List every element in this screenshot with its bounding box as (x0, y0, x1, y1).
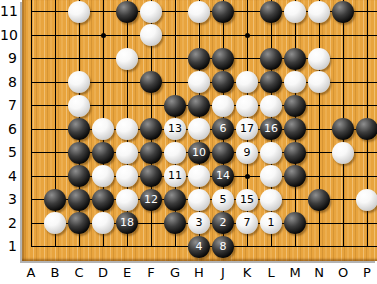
intersection-K9[interactable] (235, 47, 259, 71)
black-stone-L8 (260, 71, 282, 93)
intersection-D4[interactable] (91, 165, 115, 189)
intersection-G10[interactable] (163, 24, 187, 48)
intersection-J2[interactable]: 2 (211, 212, 235, 236)
white-stone-F11 (140, 1, 162, 23)
intersection-K10[interactable] (235, 24, 259, 48)
intersection-J1[interactable]: 8 (211, 235, 235, 259)
intersection-P3[interactable] (355, 188, 377, 212)
intersection-C11[interactable] (67, 0, 91, 24)
intersection-J5[interactable] (211, 141, 235, 165)
intersection-E1[interactable] (115, 235, 139, 259)
intersection-G9[interactable] (163, 47, 187, 71)
black-stone-J9 (212, 48, 234, 70)
intersection-J7[interactable] (211, 94, 235, 118)
intersection-E11[interactable] (115, 0, 139, 24)
intersection-L3[interactable] (259, 188, 283, 212)
intersection-P7[interactable] (355, 94, 377, 118)
intersection-N3[interactable] (307, 188, 331, 212)
black-stone-N3 (308, 189, 330, 211)
intersection-N8[interactable] (307, 71, 331, 95)
white-stone-N9 (308, 48, 330, 70)
intersection-K7[interactable] (235, 94, 259, 118)
intersection-G7[interactable] (163, 94, 187, 118)
col-label-J: J (211, 263, 235, 283)
intersection-B1[interactable] (43, 235, 67, 259)
intersection-K8[interactable] (235, 71, 259, 95)
intersection-E9[interactable] (115, 47, 139, 71)
intersection-M6[interactable] (283, 118, 307, 142)
intersection-O6[interactable] (331, 118, 355, 142)
white-stone-D6 (92, 118, 114, 140)
intersection-C5[interactable] (67, 141, 91, 165)
white-stone-H2: 3 (188, 212, 210, 234)
intersection-N6[interactable] (307, 118, 331, 142)
intersection-D1[interactable] (91, 235, 115, 259)
col-label-C: C (67, 263, 91, 283)
intersection-N1[interactable] (307, 235, 331, 259)
intersection-A2[interactable] (19, 212, 43, 236)
intersection-A9[interactable] (19, 47, 43, 71)
white-stone-J7 (212, 95, 234, 117)
intersection-L4[interactable] (259, 165, 283, 189)
intersection-G1[interactable] (163, 235, 187, 259)
intersection-E10[interactable] (115, 24, 139, 48)
intersection-M3[interactable] (283, 188, 307, 212)
intersection-C10[interactable] (67, 24, 91, 48)
intersection-O9[interactable] (331, 47, 355, 71)
intersection-F10[interactable] (139, 24, 163, 48)
black-stone-G3 (164, 189, 186, 211)
intersection-O8[interactable] (331, 71, 355, 95)
black-stone-J8 (212, 71, 234, 93)
intersection-D8[interactable] (91, 71, 115, 95)
intersection-A8[interactable] (19, 71, 43, 95)
intersection-L1[interactable] (259, 235, 283, 259)
white-stone-E9 (116, 48, 138, 70)
intersection-C8[interactable] (67, 71, 91, 95)
intersection-H11[interactable] (187, 0, 211, 24)
col-label-B: B (43, 263, 67, 283)
white-stone-K5: 9 (236, 142, 258, 164)
black-stone-P6 (356, 118, 377, 140)
intersection-M2[interactable] (283, 212, 307, 236)
col-labels: ABCDEFGHJKLMNOP (19, 263, 377, 283)
white-stone-J3: 5 (212, 189, 234, 211)
black-stone-F3: 12 (140, 189, 162, 211)
intersection-B8[interactable] (43, 71, 67, 95)
black-stone-J6: 6 (212, 118, 234, 140)
black-stone-F6 (140, 118, 162, 140)
intersection-L7[interactable] (259, 94, 283, 118)
intersection-K1[interactable] (235, 235, 259, 259)
white-stone-C11 (68, 1, 90, 23)
board-grid: 136171610911141251518327148 (19, 0, 377, 259)
intersection-J8[interactable] (211, 71, 235, 95)
black-stone-J11 (212, 1, 234, 23)
intersection-J4[interactable]: 14 (211, 165, 235, 189)
intersection-L6[interactable]: 16 (259, 118, 283, 142)
black-stone-M5 (284, 142, 306, 164)
intersection-E7[interactable] (115, 94, 139, 118)
white-stone-M8 (284, 71, 306, 93)
intersection-B10[interactable] (43, 24, 67, 48)
intersection-B4[interactable] (43, 165, 67, 189)
intersection-E8[interactable] (115, 71, 139, 95)
col-label-D: D (91, 263, 115, 283)
intersection-G5[interactable] (163, 141, 187, 165)
col-label-E: E (115, 263, 139, 283)
intersection-P4[interactable] (355, 165, 377, 189)
intersection-J10[interactable] (211, 24, 235, 48)
intersection-D6[interactable] (91, 118, 115, 142)
intersection-G11[interactable] (163, 0, 187, 24)
black-stone-E11 (116, 1, 138, 23)
white-stone-L5 (260, 142, 282, 164)
intersection-P5[interactable] (355, 141, 377, 165)
intersection-O10[interactable] (331, 24, 355, 48)
intersection-N2[interactable] (307, 212, 331, 236)
intersection-H5[interactable]: 10 (187, 141, 211, 165)
row-label-3: 3 (0, 188, 17, 212)
col-label-M: M (283, 263, 307, 283)
black-stone-F5 (140, 142, 162, 164)
col-label-L: L (259, 263, 283, 283)
col-label-F: F (139, 263, 163, 283)
row-label-2: 2 (0, 212, 17, 236)
black-stone-L6: 16 (260, 118, 282, 140)
intersection-B5[interactable] (43, 141, 67, 165)
black-stone-G7 (164, 95, 186, 117)
white-stone-L4 (260, 165, 282, 187)
col-label-O: O (331, 263, 355, 283)
intersection-M1[interactable] (283, 235, 307, 259)
black-stone-F4 (140, 165, 162, 187)
intersection-F5[interactable] (139, 141, 163, 165)
white-stone-B2 (44, 212, 66, 234)
intersection-D2[interactable] (91, 212, 115, 236)
row-label-7: 7 (0, 94, 17, 118)
intersection-L10[interactable] (259, 24, 283, 48)
intersection-A7[interactable] (19, 94, 43, 118)
intersection-A6[interactable] (19, 118, 43, 142)
intersection-P10[interactable] (355, 24, 377, 48)
intersection-E5[interactable] (115, 141, 139, 165)
white-stone-K3: 15 (236, 189, 258, 211)
intersection-D11[interactable] (91, 0, 115, 24)
intersection-E4[interactable] (115, 165, 139, 189)
intersection-E2[interactable]: 18 (115, 212, 139, 236)
white-stone-E4 (116, 165, 138, 187)
white-stone-L3 (260, 189, 282, 211)
black-stone-H1: 4 (188, 236, 210, 258)
intersection-M10[interactable] (283, 24, 307, 48)
black-stone-O6 (332, 118, 354, 140)
white-stone-M11 (284, 1, 306, 23)
row-label-5: 5 (0, 141, 17, 165)
intersection-H9[interactable] (187, 47, 211, 71)
black-stone-C3 (68, 189, 90, 211)
white-stone-D2 (92, 212, 114, 234)
row-label-1: 1 (0, 235, 17, 259)
intersection-F6[interactable] (139, 118, 163, 142)
intersection-K4[interactable] (235, 165, 259, 189)
intersection-B3[interactable] (43, 188, 67, 212)
black-stone-O11 (332, 1, 354, 23)
intersection-M7[interactable] (283, 94, 307, 118)
intersection-P1[interactable] (355, 235, 377, 259)
white-stone-D4 (92, 165, 114, 187)
black-stone-M7 (284, 95, 306, 117)
intersection-P6[interactable] (355, 118, 377, 142)
intersection-A5[interactable] (19, 141, 43, 165)
white-stone-G5 (164, 142, 186, 164)
intersection-H3[interactable] (187, 188, 211, 212)
intersection-D3[interactable] (91, 188, 115, 212)
black-stone-J1: 8 (212, 236, 234, 258)
black-stone-M2 (284, 212, 306, 234)
intersection-C6[interactable] (67, 118, 91, 142)
intersection-B9[interactable] (43, 47, 67, 71)
white-stone-L7 (260, 95, 282, 117)
intersection-M4[interactable] (283, 165, 307, 189)
col-label-P: P (355, 263, 377, 283)
white-stone-E6 (116, 118, 138, 140)
row-label-8: 8 (0, 71, 17, 95)
go-diagram-screen: 136171610911141251518327148 111098765432… (0, 0, 377, 284)
white-stone-K7 (236, 95, 258, 117)
intersection-O11[interactable] (331, 0, 355, 24)
black-stone-H7 (188, 95, 210, 117)
intersection-G8[interactable] (163, 71, 187, 95)
intersection-F11[interactable] (139, 0, 163, 24)
col-label-G: G (163, 263, 187, 283)
white-stone-K6: 17 (236, 118, 258, 140)
white-stone-N8 (308, 71, 330, 93)
intersection-B11[interactable] (43, 0, 67, 24)
intersection-H6[interactable] (187, 118, 211, 142)
intersection-M5[interactable] (283, 141, 307, 165)
intersection-M11[interactable] (283, 0, 307, 24)
intersection-H4[interactable] (187, 165, 211, 189)
black-stone-H9 (188, 48, 210, 70)
white-stone-K8 (236, 71, 258, 93)
white-stone-H6 (188, 118, 210, 140)
white-stone-H11 (188, 1, 210, 23)
row-label-11: 11 (0, 0, 17, 24)
white-stone-F10 (140, 24, 162, 46)
white-stone-O5 (332, 142, 354, 164)
intersection-A11[interactable] (19, 0, 43, 24)
intersection-P8[interactable] (355, 71, 377, 95)
intersection-O1[interactable] (331, 235, 355, 259)
intersection-N9[interactable] (307, 47, 331, 71)
intersection-K3[interactable]: 15 (235, 188, 259, 212)
black-stone-L9 (260, 48, 282, 70)
intersection-C9[interactable] (67, 47, 91, 71)
white-stone-H4 (188, 165, 210, 187)
black-stone-G2 (164, 212, 186, 234)
intersection-P11[interactable] (355, 0, 377, 24)
white-stone-G4: 11 (164, 165, 186, 187)
black-stone-C4 (68, 165, 90, 187)
col-label-N: N (307, 263, 331, 283)
white-stone-G6: 13 (164, 118, 186, 140)
intersection-D9[interactable] (91, 47, 115, 71)
intersection-L5[interactable] (259, 141, 283, 165)
intersection-C1[interactable] (67, 235, 91, 259)
intersection-H2[interactable]: 3 (187, 212, 211, 236)
intersection-F7[interactable] (139, 94, 163, 118)
intersection-D10[interactable] (91, 24, 115, 48)
black-stone-D5 (92, 142, 114, 164)
intersection-A10[interactable] (19, 24, 43, 48)
col-label-K: K (235, 263, 259, 283)
intersection-C7[interactable] (67, 94, 91, 118)
intersection-F2[interactable] (139, 212, 163, 236)
intersection-A4[interactable] (19, 165, 43, 189)
intersection-O5[interactable] (331, 141, 355, 165)
intersection-L8[interactable] (259, 71, 283, 95)
intersection-N5[interactable] (307, 141, 331, 165)
intersection-N10[interactable] (307, 24, 331, 48)
white-stone-N11 (308, 1, 330, 23)
row-label-6: 6 (0, 118, 17, 142)
black-stone-D3 (92, 189, 114, 211)
intersection-C2[interactable] (67, 212, 91, 236)
row-label-9: 9 (0, 47, 17, 71)
intersection-H8[interactable] (187, 71, 211, 95)
intersection-A3[interactable] (19, 188, 43, 212)
white-stone-H8 (188, 71, 210, 93)
intersection-B7[interactable] (43, 94, 67, 118)
intersection-E3[interactable] (115, 188, 139, 212)
intersection-N11[interactable] (307, 0, 331, 24)
black-stone-M4 (284, 165, 306, 187)
intersection-K2[interactable]: 7 (235, 212, 259, 236)
intersection-E6[interactable] (115, 118, 139, 142)
intersection-J9[interactable] (211, 47, 235, 71)
intersection-K11[interactable] (235, 0, 259, 24)
intersection-N4[interactable] (307, 165, 331, 189)
intersection-B2[interactable] (43, 212, 67, 236)
intersection-G3[interactable] (163, 188, 187, 212)
black-stone-M6 (284, 118, 306, 140)
intersection-O2[interactable] (331, 212, 355, 236)
col-label-A: A (19, 263, 43, 283)
intersection-L11[interactable] (259, 0, 283, 24)
white-stone-C8 (68, 71, 90, 93)
white-stone-K2: 7 (236, 212, 258, 234)
black-stone-L11 (260, 1, 282, 23)
intersection-G6[interactable]: 13 (163, 118, 187, 142)
intersection-J6[interactable]: 6 (211, 118, 235, 142)
intersection-B6[interactable] (43, 118, 67, 142)
intersection-G4[interactable]: 11 (163, 165, 187, 189)
black-stone-E2: 18 (116, 212, 138, 234)
intersection-G2[interactable] (163, 212, 187, 236)
row-labels: 1110987654321 (0, 0, 17, 259)
intersection-F8[interactable] (139, 71, 163, 95)
black-stone-J5 (212, 142, 234, 164)
intersection-K5[interactable]: 9 (235, 141, 259, 165)
intersection-F1[interactable] (139, 235, 163, 259)
row-label-10: 10 (0, 24, 17, 48)
intersection-H1[interactable]: 4 (187, 235, 211, 259)
intersection-F3[interactable]: 12 (139, 188, 163, 212)
intersection-F9[interactable] (139, 47, 163, 71)
col-label-H: H (187, 263, 211, 283)
intersection-J3[interactable]: 5 (211, 188, 235, 212)
row-label-4: 4 (0, 165, 17, 189)
white-stone-E3 (116, 189, 138, 211)
black-stone-B3 (44, 189, 66, 211)
white-stone-C7 (68, 95, 90, 117)
intersection-O4[interactable] (331, 165, 355, 189)
intersection-O3[interactable] (331, 188, 355, 212)
intersection-L9[interactable] (259, 47, 283, 71)
white-stone-L2: 1 (260, 212, 282, 234)
black-stone-C5 (68, 142, 90, 164)
intersection-D7[interactable] (91, 94, 115, 118)
intersection-K6[interactable]: 17 (235, 118, 259, 142)
intersection-J11[interactable] (211, 0, 235, 24)
black-stone-C6 (68, 118, 90, 140)
intersection-C4[interactable] (67, 165, 91, 189)
white-stone-P3 (356, 189, 377, 211)
white-stone-H3 (188, 189, 210, 211)
intersection-F4[interactable] (139, 165, 163, 189)
black-stone-C2 (68, 212, 90, 234)
black-stone-F8 (140, 71, 162, 93)
intersection-C3[interactable] (67, 188, 91, 212)
white-stone-E5 (116, 142, 138, 164)
intersection-P9[interactable] (355, 47, 377, 71)
intersection-L2[interactable]: 1 (259, 212, 283, 236)
black-stone-H5: 10 (188, 142, 210, 164)
intersection-H10[interactable] (187, 24, 211, 48)
black-stone-M9 (284, 48, 306, 70)
intersection-H7[interactable] (187, 94, 211, 118)
intersection-O7[interactable] (331, 94, 355, 118)
intersection-P2[interactable] (355, 212, 377, 236)
intersection-A1[interactable] (19, 235, 43, 259)
intersection-N7[interactable] (307, 94, 331, 118)
black-stone-J4: 14 (212, 165, 234, 187)
intersection-D5[interactable] (91, 141, 115, 165)
black-stone-J2: 2 (212, 212, 234, 234)
intersection-M9[interactable] (283, 47, 307, 71)
intersection-M8[interactable] (283, 71, 307, 95)
